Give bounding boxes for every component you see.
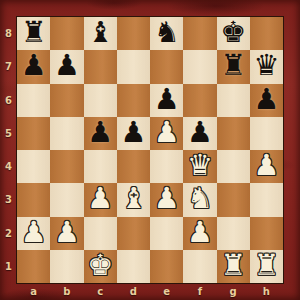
rank-label-4: 4 [0, 150, 17, 183]
square-h2[interactable] [250, 217, 283, 250]
square-g4[interactable] [217, 150, 250, 183]
file-label-b: b [50, 283, 83, 300]
white-pawn-piece: ♟ [54, 218, 80, 247]
square-c2[interactable] [84, 217, 117, 250]
rank-label-8: 8 [0, 17, 17, 50]
file-label-d: d [117, 283, 150, 300]
black-pawn-piece: ♟ [120, 118, 146, 147]
white-pawn-piece: ♟ [21, 218, 47, 247]
square-c1[interactable]: ♚ [84, 250, 117, 283]
square-a1[interactable] [17, 250, 50, 283]
file-label-a: a [17, 283, 50, 300]
square-d6[interactable] [117, 84, 150, 117]
square-h7[interactable]: ♛ [250, 50, 283, 83]
black-pawn-piece: ♟ [187, 118, 213, 147]
file-label-e: e [150, 283, 183, 300]
white-rook-piece: ♜ [253, 251, 279, 280]
rank-label-2: 2 [0, 217, 17, 250]
square-e8[interactable]: ♞ [150, 17, 183, 50]
square-e1[interactable] [150, 250, 183, 283]
square-g8[interactable]: ♚ [217, 17, 250, 50]
square-e2[interactable] [150, 217, 183, 250]
square-g5[interactable] [217, 117, 250, 150]
white-pawn-piece: ♟ [253, 151, 279, 180]
white-knight-piece: ♞ [187, 184, 213, 213]
square-b2[interactable]: ♟ [50, 217, 83, 250]
square-d5[interactable]: ♟ [117, 117, 150, 150]
square-e5[interactable]: ♟ [150, 117, 183, 150]
black-rook-piece: ♜ [21, 18, 47, 47]
square-g7[interactable]: ♜ [217, 50, 250, 83]
file-label-h: h [250, 283, 283, 300]
white-pawn-piece: ♟ [154, 184, 180, 213]
rank-label-3: 3 [0, 183, 17, 216]
chess-app: 87654321 abcdefgh ♜♝♞♚♟♟♜♛♟♟♟♟♟♟♛♟♟♝♟♞♟♟… [0, 0, 300, 300]
rank-labels: 87654321 [0, 17, 17, 283]
square-c7[interactable] [84, 50, 117, 83]
square-h5[interactable] [250, 117, 283, 150]
square-g6[interactable] [217, 84, 250, 117]
square-a7[interactable]: ♟ [17, 50, 50, 83]
square-c6[interactable] [84, 84, 117, 117]
square-a4[interactable] [17, 150, 50, 183]
square-a8[interactable]: ♜ [17, 17, 50, 50]
square-a5[interactable] [17, 117, 50, 150]
square-g2[interactable] [217, 217, 250, 250]
square-d7[interactable] [117, 50, 150, 83]
file-label-c: c [84, 283, 117, 300]
rank-label-5: 5 [0, 117, 17, 150]
white-pawn-piece: ♟ [187, 218, 213, 247]
square-d1[interactable] [117, 250, 150, 283]
square-b6[interactable] [50, 84, 83, 117]
file-labels: abcdefgh [17, 283, 283, 300]
square-f4[interactable]: ♛ [183, 150, 216, 183]
square-b3[interactable] [50, 183, 83, 216]
square-h6[interactable]: ♟ [250, 84, 283, 117]
white-pawn-piece: ♟ [87, 184, 113, 213]
square-c8[interactable]: ♝ [84, 17, 117, 50]
square-a6[interactable] [17, 84, 50, 117]
black-rook-piece: ♜ [220, 51, 246, 80]
square-c3[interactable]: ♟ [84, 183, 117, 216]
square-g1[interactable]: ♜ [217, 250, 250, 283]
square-h3[interactable] [250, 183, 283, 216]
square-d8[interactable] [117, 17, 150, 50]
square-f8[interactable] [183, 17, 216, 50]
black-queen-piece: ♛ [253, 51, 279, 80]
square-e4[interactable] [150, 150, 183, 183]
black-pawn-piece: ♟ [87, 118, 113, 147]
square-e7[interactable] [150, 50, 183, 83]
chess-board: ♜♝♞♚♟♟♜♛♟♟♟♟♟♟♛♟♟♝♟♞♟♟♟♚♜♜ [17, 17, 283, 283]
rank-label-1: 1 [0, 250, 17, 283]
square-d4[interactable] [117, 150, 150, 183]
square-b8[interactable] [50, 17, 83, 50]
white-rook-piece: ♜ [220, 251, 246, 280]
white-bishop-piece: ♝ [120, 184, 146, 213]
black-pawn-piece: ♟ [154, 85, 180, 114]
square-h4[interactable]: ♟ [250, 150, 283, 183]
rank-label-7: 7 [0, 50, 17, 83]
black-knight-piece: ♞ [154, 18, 180, 47]
square-b1[interactable] [50, 250, 83, 283]
square-b4[interactable] [50, 150, 83, 183]
square-f1[interactable] [183, 250, 216, 283]
file-label-g: g [217, 283, 250, 300]
square-h1[interactable]: ♜ [250, 250, 283, 283]
rank-label-6: 6 [0, 84, 17, 117]
file-label-f: f [183, 283, 216, 300]
square-a2[interactable]: ♟ [17, 217, 50, 250]
black-pawn-piece: ♟ [21, 51, 47, 80]
square-a3[interactable] [17, 183, 50, 216]
square-d3[interactable]: ♝ [117, 183, 150, 216]
black-pawn-piece: ♟ [54, 51, 80, 80]
square-f6[interactable] [183, 84, 216, 117]
square-c5[interactable]: ♟ [84, 117, 117, 150]
square-d2[interactable] [117, 217, 150, 250]
white-king-piece: ♚ [87, 251, 113, 280]
square-g3[interactable] [217, 183, 250, 216]
square-f2[interactable]: ♟ [183, 217, 216, 250]
square-e3[interactable]: ♟ [150, 183, 183, 216]
square-h8[interactable] [250, 17, 283, 50]
white-queen-piece: ♛ [187, 151, 213, 180]
square-f5[interactable]: ♟ [183, 117, 216, 150]
black-pawn-piece: ♟ [253, 85, 279, 114]
square-e6[interactable]: ♟ [150, 84, 183, 117]
square-c4[interactable] [84, 150, 117, 183]
white-pawn-piece: ♟ [154, 118, 180, 147]
black-king-piece: ♚ [220, 18, 246, 47]
square-b7[interactable]: ♟ [50, 50, 83, 83]
square-b5[interactable] [50, 117, 83, 150]
black-bishop-piece: ♝ [87, 18, 113, 47]
square-f7[interactable] [183, 50, 216, 83]
square-f3[interactable]: ♞ [183, 183, 216, 216]
